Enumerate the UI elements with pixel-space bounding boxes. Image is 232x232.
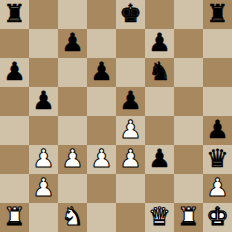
- square-h2[interactable]: ♟: [203, 174, 232, 203]
- square-a5[interactable]: [0, 87, 29, 116]
- piece-white-pawn[interactable]: ♟: [32, 144, 54, 173]
- square-b5[interactable]: ♟: [29, 87, 58, 116]
- square-d3[interactable]: ♟: [87, 145, 116, 174]
- square-h1[interactable]: ♚: [203, 203, 232, 232]
- square-a7[interactable]: [0, 29, 29, 58]
- square-e7[interactable]: [116, 29, 145, 58]
- square-c3[interactable]: ♟: [58, 145, 87, 174]
- square-e1[interactable]: [116, 203, 145, 232]
- piece-white-pawn[interactable]: ♟: [32, 173, 54, 202]
- piece-black-queen[interactable]: ♛: [206, 144, 228, 173]
- square-d6[interactable]: ♟: [87, 58, 116, 87]
- piece-black-pawn[interactable]: ♟: [3, 57, 25, 86]
- square-e3[interactable]: ♟: [116, 145, 145, 174]
- square-e8[interactable]: ♚: [116, 0, 145, 29]
- square-c2[interactable]: [58, 174, 87, 203]
- piece-black-pawn[interactable]: ♟: [206, 115, 228, 144]
- square-d1[interactable]: [87, 203, 116, 232]
- square-h7[interactable]: [203, 29, 232, 58]
- piece-white-king[interactable]: ♚: [206, 202, 228, 231]
- piece-black-pawn[interactable]: ♟: [148, 28, 170, 57]
- square-f7[interactable]: ♟: [145, 29, 174, 58]
- piece-black-rook[interactable]: ♜: [206, 0, 228, 28]
- piece-black-knight[interactable]: ♞: [148, 57, 170, 86]
- square-e6[interactable]: [116, 58, 145, 87]
- piece-white-pawn[interactable]: ♟: [206, 173, 228, 202]
- piece-white-rook[interactable]: ♜: [177, 202, 199, 231]
- piece-white-rook[interactable]: ♜: [3, 202, 25, 231]
- square-g3[interactable]: [174, 145, 203, 174]
- piece-white-pawn[interactable]: ♟: [61, 144, 83, 173]
- square-a3[interactable]: [0, 145, 29, 174]
- piece-white-pawn[interactable]: ♟: [119, 115, 141, 144]
- square-a1[interactable]: ♜: [0, 203, 29, 232]
- square-g2[interactable]: [174, 174, 203, 203]
- square-c1[interactable]: ♞: [58, 203, 87, 232]
- square-b8[interactable]: [29, 0, 58, 29]
- piece-black-rook[interactable]: ♜: [3, 0, 25, 28]
- piece-white-pawn[interactable]: ♟: [119, 144, 141, 173]
- square-d4[interactable]: [87, 116, 116, 145]
- square-c6[interactable]: [58, 58, 87, 87]
- square-f2[interactable]: [145, 174, 174, 203]
- square-f3[interactable]: ♟: [145, 145, 174, 174]
- square-a6[interactable]: ♟: [0, 58, 29, 87]
- piece-black-king[interactable]: ♚: [119, 0, 141, 28]
- square-a4[interactable]: [0, 116, 29, 145]
- piece-black-pawn[interactable]: ♟: [148, 144, 170, 173]
- square-g7[interactable]: [174, 29, 203, 58]
- piece-black-pawn[interactable]: ♟: [90, 57, 112, 86]
- square-g4[interactable]: [174, 116, 203, 145]
- square-a2[interactable]: [0, 174, 29, 203]
- square-c5[interactable]: [58, 87, 87, 116]
- square-c8[interactable]: [58, 0, 87, 29]
- square-h5[interactable]: [203, 87, 232, 116]
- square-f8[interactable]: [145, 0, 174, 29]
- square-f6[interactable]: ♞: [145, 58, 174, 87]
- square-f1[interactable]: ♛: [145, 203, 174, 232]
- square-b7[interactable]: [29, 29, 58, 58]
- square-g8[interactable]: [174, 0, 203, 29]
- piece-black-pawn[interactable]: ♟: [32, 86, 54, 115]
- square-b6[interactable]: [29, 58, 58, 87]
- square-h4[interactable]: ♟: [203, 116, 232, 145]
- square-d8[interactable]: [87, 0, 116, 29]
- square-c4[interactable]: [58, 116, 87, 145]
- square-h3[interactable]: ♛: [203, 145, 232, 174]
- piece-black-pawn[interactable]: ♟: [61, 28, 83, 57]
- square-e5[interactable]: ♟: [116, 87, 145, 116]
- square-h6[interactable]: [203, 58, 232, 87]
- square-b2[interactable]: ♟: [29, 174, 58, 203]
- piece-white-knight[interactable]: ♞: [61, 202, 83, 231]
- piece-black-pawn[interactable]: ♟: [119, 86, 141, 115]
- square-f5[interactable]: [145, 87, 174, 116]
- square-g5[interactable]: [174, 87, 203, 116]
- square-g6[interactable]: [174, 58, 203, 87]
- piece-white-queen[interactable]: ♛: [148, 202, 170, 231]
- square-c7[interactable]: ♟: [58, 29, 87, 58]
- square-e4[interactable]: ♟: [116, 116, 145, 145]
- square-b3[interactable]: ♟: [29, 145, 58, 174]
- square-e2[interactable]: [116, 174, 145, 203]
- square-f4[interactable]: [145, 116, 174, 145]
- square-d7[interactable]: [87, 29, 116, 58]
- square-d2[interactable]: [87, 174, 116, 203]
- chess-board: ♜♚♜♟♟♟♟♞♟♟♟♟♟♟♟♟♟♛♟♟♜♞♛♜♚: [0, 0, 232, 232]
- square-b1[interactable]: [29, 203, 58, 232]
- square-g1[interactable]: ♜: [174, 203, 203, 232]
- square-b4[interactable]: [29, 116, 58, 145]
- square-h8[interactable]: ♜: [203, 0, 232, 29]
- square-d5[interactable]: [87, 87, 116, 116]
- piece-white-pawn[interactable]: ♟: [90, 144, 112, 173]
- square-a8[interactable]: ♜: [0, 0, 29, 29]
